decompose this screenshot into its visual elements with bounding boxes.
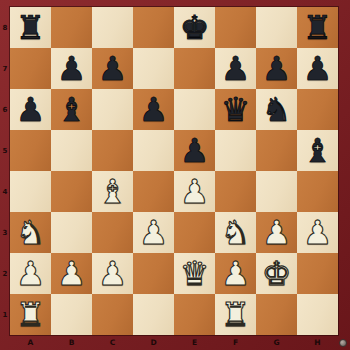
piece-black-bishop-b6[interactable]: ♝ [57, 89, 87, 130]
square-a3[interactable]: ♞ [10, 212, 51, 253]
square-e7[interactable] [174, 48, 215, 89]
piece-white-rook-f1[interactable]: ♜ [221, 294, 251, 335]
square-f5[interactable] [215, 130, 256, 171]
rank-label-2: 2 [0, 253, 10, 294]
piece-white-knight-f3[interactable]: ♞ [221, 212, 251, 253]
piece-white-pawn-g3[interactable]: ♟ [262, 212, 292, 253]
square-e4[interactable]: ♟ [174, 171, 215, 212]
piece-black-pawn-d6[interactable]: ♟ [139, 89, 169, 130]
square-b8[interactable] [51, 7, 92, 48]
square-c4[interactable]: ♝ [92, 171, 133, 212]
piece-white-rook-a1[interactable]: ♜ [16, 294, 46, 335]
piece-white-queen-e2[interactable]: ♛ [180, 253, 210, 294]
file-label-g: G [256, 335, 297, 350]
square-f3[interactable]: ♞ [215, 212, 256, 253]
square-c3[interactable] [92, 212, 133, 253]
rank-label-4: 4 [0, 171, 10, 212]
square-b3[interactable] [51, 212, 92, 253]
piece-white-pawn-h3[interactable]: ♟ [303, 212, 333, 253]
piece-black-pawn-g7[interactable]: ♟ [262, 48, 292, 89]
piece-black-queen-f6[interactable]: ♛ [221, 89, 251, 130]
square-f6[interactable]: ♛ [215, 89, 256, 130]
piece-white-knight-a3[interactable]: ♞ [16, 212, 46, 253]
square-b4[interactable] [51, 171, 92, 212]
square-e8[interactable]: ♚ [174, 7, 215, 48]
square-g1[interactable] [256, 294, 297, 335]
square-e6[interactable] [174, 89, 215, 130]
rank-label-1: 1 [0, 294, 10, 335]
square-a7[interactable] [10, 48, 51, 89]
square-g7[interactable]: ♟ [256, 48, 297, 89]
square-a1[interactable]: ♜ [10, 294, 51, 335]
file-label-a: A [10, 335, 51, 350]
square-a6[interactable]: ♟ [10, 89, 51, 130]
square-a5[interactable] [10, 130, 51, 171]
square-a2[interactable]: ♟ [10, 253, 51, 294]
square-d8[interactable] [133, 7, 174, 48]
square-d3[interactable]: ♟ [133, 212, 174, 253]
piece-white-pawn-c2[interactable]: ♟ [98, 253, 128, 294]
file-label-b: B [51, 335, 92, 350]
square-d2[interactable] [133, 253, 174, 294]
rank-label-5: 5 [0, 130, 10, 171]
rank-label-3: 3 [0, 212, 10, 253]
square-f1[interactable]: ♜ [215, 294, 256, 335]
piece-white-pawn-a2[interactable]: ♟ [16, 253, 46, 294]
piece-black-rook-a8[interactable]: ♜ [16, 7, 46, 48]
square-d1[interactable] [133, 294, 174, 335]
square-g5[interactable] [256, 130, 297, 171]
piece-black-rook-h8[interactable]: ♜ [303, 7, 333, 48]
square-h2[interactable] [297, 253, 338, 294]
piece-black-king-e8[interactable]: ♚ [180, 7, 210, 48]
square-e2[interactable]: ♛ [174, 253, 215, 294]
square-a4[interactable] [10, 171, 51, 212]
piece-black-pawn-a6[interactable]: ♟ [16, 89, 46, 130]
square-h6[interactable] [297, 89, 338, 130]
square-b5[interactable] [51, 130, 92, 171]
square-c7[interactable]: ♟ [92, 48, 133, 89]
piece-black-pawn-e5[interactable]: ♟ [180, 130, 210, 171]
square-d7[interactable] [133, 48, 174, 89]
piece-black-pawn-h7[interactable]: ♟ [303, 48, 333, 89]
chess-board: ♜♚♜♟♟♟♟♟♟♝♟♛♞♟♝♝♟♞♟♞♟♟♟♟♟♛♟♚♜♜ [10, 7, 338, 335]
rank-label-6: 6 [0, 89, 10, 130]
piece-white-king-g2[interactable]: ♚ [262, 253, 292, 294]
piece-white-pawn-d3[interactable]: ♟ [139, 212, 169, 253]
square-h5[interactable]: ♝ [297, 130, 338, 171]
square-g6[interactable]: ♞ [256, 89, 297, 130]
square-h3[interactable]: ♟ [297, 212, 338, 253]
piece-black-knight-g6[interactable]: ♞ [262, 89, 292, 130]
piece-black-pawn-f7[interactable]: ♟ [221, 48, 251, 89]
square-f7[interactable]: ♟ [215, 48, 256, 89]
file-label-f: F [215, 335, 256, 350]
square-g4[interactable] [256, 171, 297, 212]
piece-black-bishop-h5[interactable]: ♝ [303, 130, 333, 171]
file-label-e: E [174, 335, 215, 350]
corner-badge-icon [339, 339, 347, 347]
square-h4[interactable] [297, 171, 338, 212]
square-h7[interactable]: ♟ [297, 48, 338, 89]
file-labels: ABCDEFGH [10, 335, 338, 350]
square-c8[interactable] [92, 7, 133, 48]
square-b2[interactable]: ♟ [51, 253, 92, 294]
square-a8[interactable]: ♜ [10, 7, 51, 48]
file-label-c: C [92, 335, 133, 350]
piece-white-bishop-c4[interactable]: ♝ [98, 171, 128, 212]
piece-white-pawn-f2[interactable]: ♟ [221, 253, 251, 294]
rank-labels: 87654321 [0, 7, 10, 335]
square-d4[interactable] [133, 171, 174, 212]
square-d5[interactable] [133, 130, 174, 171]
square-g2[interactable]: ♚ [256, 253, 297, 294]
square-f2[interactable]: ♟ [215, 253, 256, 294]
square-g8[interactable] [256, 7, 297, 48]
square-f8[interactable] [215, 7, 256, 48]
square-h8[interactable]: ♜ [297, 7, 338, 48]
square-b1[interactable] [51, 294, 92, 335]
rank-label-7: 7 [0, 48, 10, 89]
square-e1[interactable] [174, 294, 215, 335]
file-label-h: H [297, 335, 338, 350]
square-b7[interactable]: ♟ [51, 48, 92, 89]
square-e3[interactable] [174, 212, 215, 253]
rank-label-8: 8 [0, 7, 10, 48]
square-b6[interactable]: ♝ [51, 89, 92, 130]
file-label-d: D [133, 335, 174, 350]
square-c6[interactable] [92, 89, 133, 130]
piece-white-pawn-b2[interactable]: ♟ [57, 253, 87, 294]
square-c5[interactable] [92, 130, 133, 171]
square-f4[interactable] [215, 171, 256, 212]
square-e5[interactable]: ♟ [174, 130, 215, 171]
square-c1[interactable] [92, 294, 133, 335]
square-h1[interactable] [297, 294, 338, 335]
square-d6[interactable]: ♟ [133, 89, 174, 130]
chess-board-frame: 87654321 ♜♚♜♟♟♟♟♟♟♝♟♛♞♟♝♝♟♞♟♞♟♟♟♟♟♛♟♚♜♜ … [0, 0, 350, 350]
square-g3[interactable]: ♟ [256, 212, 297, 253]
square-c2[interactable]: ♟ [92, 253, 133, 294]
piece-black-pawn-c7[interactable]: ♟ [98, 48, 128, 89]
piece-white-pawn-e4[interactable]: ♟ [180, 171, 210, 212]
piece-black-pawn-b7[interactable]: ♟ [57, 48, 87, 89]
